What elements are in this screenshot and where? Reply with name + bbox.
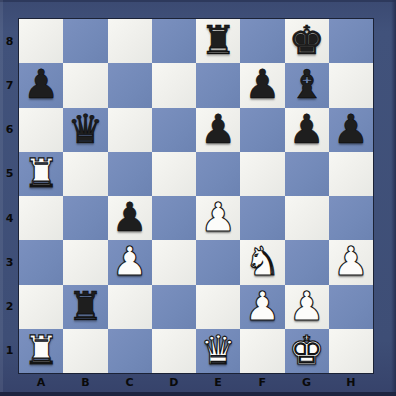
square-c2[interactable] [108, 285, 152, 329]
square-a7[interactable]: ♟ [19, 63, 63, 107]
square-h3[interactable]: ♟ [329, 240, 373, 284]
square-c1[interactable] [108, 329, 152, 373]
square-f5[interactable] [240, 152, 284, 196]
white-knight-f3[interactable]: ♞ [244, 241, 280, 281]
black-pawn-c4[interactable]: ♟ [112, 197, 148, 237]
square-g4[interactable] [285, 196, 329, 240]
white-pawn-f2[interactable]: ♟ [244, 286, 280, 326]
square-d1[interactable] [152, 329, 196, 373]
file-labels: ABCDEFGH [19, 373, 373, 392]
black-pawn-a7[interactable]: ♟ [23, 64, 59, 104]
square-b3[interactable] [63, 240, 107, 284]
square-b4[interactable] [63, 196, 107, 240]
white-rook-a1[interactable]: ♜ [23, 330, 59, 370]
file-label-h: H [329, 373, 373, 392]
square-b5[interactable] [63, 152, 107, 196]
square-c3[interactable]: ♟ [108, 240, 152, 284]
black-pawn-h6[interactable]: ♟ [333, 109, 369, 149]
black-king-g8[interactable]: ♚ [289, 20, 325, 60]
square-e2[interactable] [196, 285, 240, 329]
frame-top-edge [0, 0, 396, 2]
white-rook-a5[interactable]: ♜ [23, 153, 59, 193]
square-d5[interactable] [152, 152, 196, 196]
square-b1[interactable] [63, 329, 107, 373]
black-rook-b2[interactable]: ♜ [67, 286, 103, 326]
square-b8[interactable] [63, 19, 107, 63]
white-pawn-h3[interactable]: ♟ [333, 241, 369, 281]
black-pawn-f7[interactable]: ♟ [244, 64, 280, 104]
rank-label-5: 5 [0, 152, 19, 196]
rank-label-8: 8 [0, 19, 19, 63]
rank-label-2: 2 [0, 285, 19, 329]
square-b2[interactable]: ♜ [63, 285, 107, 329]
file-label-f: F [240, 373, 284, 392]
square-h5[interactable] [329, 152, 373, 196]
square-d3[interactable] [152, 240, 196, 284]
square-e3[interactable] [196, 240, 240, 284]
square-f3[interactable]: ♞ [240, 240, 284, 284]
file-label-b: B [63, 373, 107, 392]
square-a4[interactable] [19, 196, 63, 240]
file-label-e: E [196, 373, 240, 392]
square-f1[interactable] [240, 329, 284, 373]
square-h4[interactable] [329, 196, 373, 240]
chess-board: ♜♚♟♟♝♛♟♟♟♜♟♟♟♞♟♜♟♟♜♛♚ [19, 19, 373, 373]
square-d2[interactable] [152, 285, 196, 329]
square-g5[interactable] [285, 152, 329, 196]
square-d4[interactable] [152, 196, 196, 240]
square-h2[interactable] [329, 285, 373, 329]
file-label-g: G [285, 373, 329, 392]
file-label-a: A [19, 373, 63, 392]
square-e5[interactable] [196, 152, 240, 196]
square-e4[interactable]: ♟ [196, 196, 240, 240]
square-g7[interactable]: ♝ [285, 63, 329, 107]
square-a3[interactable] [19, 240, 63, 284]
frame-right-edge [391, 0, 396, 396]
square-f8[interactable] [240, 19, 284, 63]
rank-label-4: 4 [0, 196, 19, 240]
frame-bottom-edge [0, 392, 396, 396]
square-b7[interactable] [63, 63, 107, 107]
square-e7[interactable] [196, 63, 240, 107]
square-g3[interactable] [285, 240, 329, 284]
square-g2[interactable]: ♟ [285, 285, 329, 329]
square-f7[interactable]: ♟ [240, 63, 284, 107]
square-a8[interactable] [19, 19, 63, 63]
file-label-d: D [152, 373, 196, 392]
rank-labels: 87654321 [0, 19, 19, 373]
square-h7[interactable] [329, 63, 373, 107]
square-c8[interactable] [108, 19, 152, 63]
rank-label-1: 1 [0, 329, 19, 373]
square-a1[interactable]: ♜ [19, 329, 63, 373]
square-h6[interactable]: ♟ [329, 108, 373, 152]
file-label-c: C [108, 373, 152, 392]
square-c5[interactable] [108, 152, 152, 196]
square-c4[interactable]: ♟ [108, 196, 152, 240]
black-pawn-e6[interactable]: ♟ [200, 109, 236, 149]
square-d7[interactable] [152, 63, 196, 107]
square-d6[interactable] [152, 108, 196, 152]
square-f2[interactable]: ♟ [240, 285, 284, 329]
square-c7[interactable] [108, 63, 152, 107]
square-e8[interactable]: ♜ [196, 19, 240, 63]
square-g8[interactable]: ♚ [285, 19, 329, 63]
white-pawn-g2[interactable]: ♟ [289, 286, 325, 326]
white-king-g1[interactable]: ♚ [289, 330, 325, 370]
square-a6[interactable] [19, 108, 63, 152]
white-queen-e1[interactable]: ♛ [200, 330, 236, 370]
black-queen-b6[interactable]: ♛ [67, 109, 103, 149]
white-pawn-c3[interactable]: ♟ [112, 241, 148, 281]
rank-label-7: 7 [0, 63, 19, 107]
white-pawn-e4[interactable]: ♟ [200, 197, 236, 237]
board-frame: 87654321 ♜♚♟♟♝♛♟♟♟♜♟♟♟♞♟♜♟♟♜♛♚ ABCDEFGH [0, 0, 396, 396]
square-a2[interactable] [19, 285, 63, 329]
rank-label-3: 3 [0, 240, 19, 284]
square-h1[interactable] [329, 329, 373, 373]
square-a5[interactable]: ♜ [19, 152, 63, 196]
square-g1[interactable]: ♚ [285, 329, 329, 373]
black-rook-e8[interactable]: ♜ [200, 20, 236, 60]
square-c6[interactable] [108, 108, 152, 152]
square-e6[interactable]: ♟ [196, 108, 240, 152]
square-h8[interactable] [329, 19, 373, 63]
square-e1[interactable]: ♛ [196, 329, 240, 373]
black-pawn-g6[interactable]: ♟ [289, 109, 325, 149]
square-f6[interactable] [240, 108, 284, 152]
black-bishop-g7[interactable]: ♝ [289, 64, 325, 104]
square-b6[interactable]: ♛ [63, 108, 107, 152]
rank-label-6: 6 [0, 108, 19, 152]
square-f4[interactable] [240, 196, 284, 240]
square-g6[interactable]: ♟ [285, 108, 329, 152]
square-d8[interactable] [152, 19, 196, 63]
